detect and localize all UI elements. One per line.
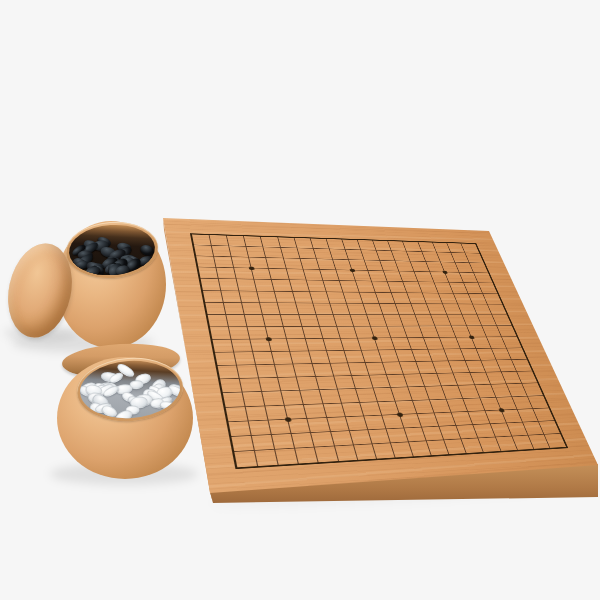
grid-cell (210, 327, 232, 340)
star-point (372, 336, 379, 340)
grid-cell (461, 244, 479, 254)
star-point (396, 412, 403, 416)
grid-cell (208, 315, 229, 327)
black-go-stone (115, 264, 131, 277)
go-set-product-scene (0, 0, 600, 600)
